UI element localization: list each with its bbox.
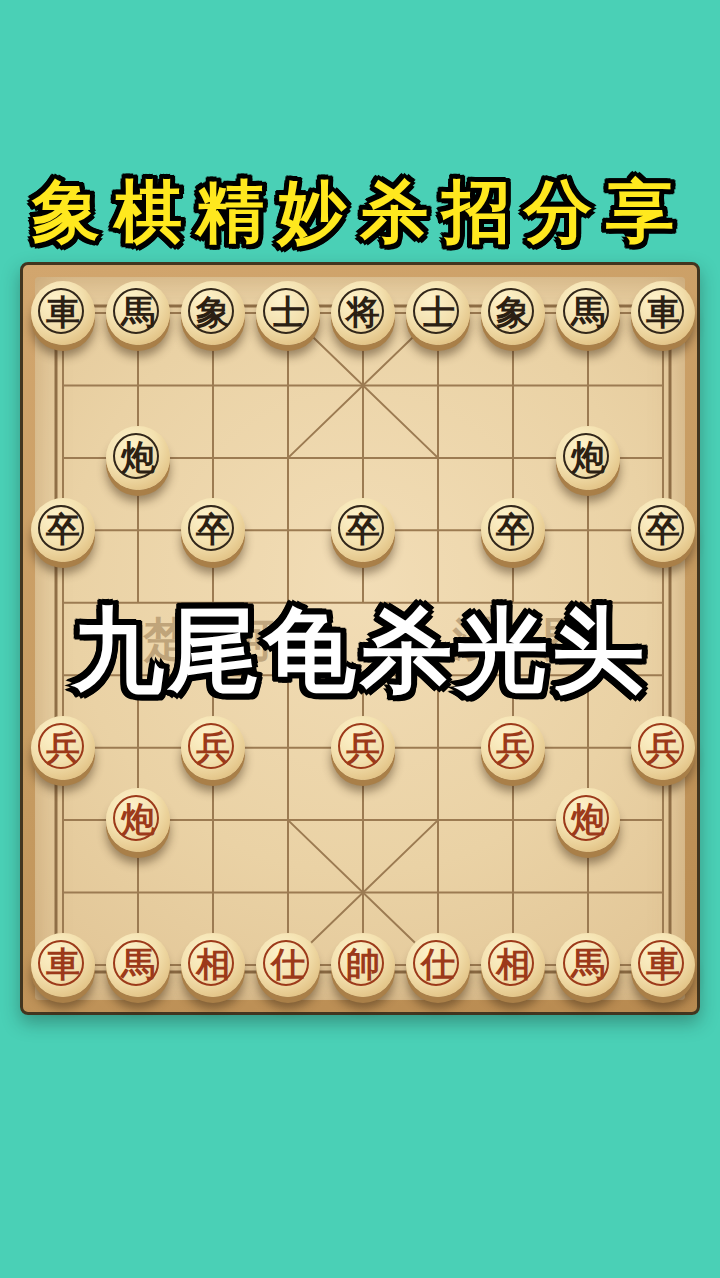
piece-character: 兵 — [346, 731, 380, 765]
piece-character: 炮 — [121, 441, 155, 475]
video-title: 象棋精妙杀招分享 — [0, 168, 720, 254]
piece-character: 仕 — [271, 948, 305, 982]
xiangqi-piece-red-兵[interactable]: 兵 — [631, 716, 695, 780]
xiangqi-piece-red-兵[interactable]: 兵 — [331, 716, 395, 780]
piece-character: 馬 — [121, 296, 155, 330]
xiangqi-piece-red-仕[interactable]: 仕 — [256, 933, 320, 997]
xiangqi-piece-red-炮[interactable]: 炮 — [106, 788, 170, 852]
piece-character: 卒 — [46, 513, 80, 547]
xiangqi-piece-black-炮[interactable]: 炮 — [556, 426, 620, 490]
piece-character: 将 — [346, 296, 380, 330]
piece-character: 兵 — [46, 731, 80, 765]
xiangqi-piece-black-車[interactable]: 車 — [631, 281, 695, 345]
video-caption: 九尾龟杀光头 — [0, 598, 720, 702]
xiangqi-piece-black-士[interactable]: 士 — [406, 281, 470, 345]
xiangqi-piece-red-相[interactable]: 相 — [181, 933, 245, 997]
xiangqi-piece-black-卒[interactable]: 卒 — [181, 498, 245, 562]
piece-character: 仕 — [421, 948, 455, 982]
piece-character: 卒 — [646, 513, 680, 547]
piece-character: 炮 — [121, 803, 155, 837]
xiangqi-piece-red-相[interactable]: 相 — [481, 933, 545, 997]
piece-character: 兵 — [496, 731, 530, 765]
xiangqi-piece-red-車[interactable]: 車 — [631, 933, 695, 997]
piece-character: 帥 — [346, 948, 380, 982]
piece-character: 卒 — [346, 513, 380, 547]
piece-character: 相 — [196, 948, 230, 982]
piece-character: 象 — [496, 296, 530, 330]
xiangqi-piece-black-将[interactable]: 将 — [331, 281, 395, 345]
xiangqi-piece-black-卒[interactable]: 卒 — [481, 498, 545, 562]
piece-character: 兵 — [196, 731, 230, 765]
xiangqi-piece-red-仕[interactable]: 仕 — [406, 933, 470, 997]
piece-character: 炮 — [571, 803, 605, 837]
xiangqi-piece-black-士[interactable]: 士 — [256, 281, 320, 345]
xiangqi-piece-red-車[interactable]: 車 — [31, 933, 95, 997]
piece-character: 車 — [646, 948, 680, 982]
xiangqi-piece-red-炮[interactable]: 炮 — [556, 788, 620, 852]
piece-character: 車 — [46, 296, 80, 330]
xiangqi-piece-black-象[interactable]: 象 — [481, 281, 545, 345]
xiangqi-piece-red-帥[interactable]: 帥 — [331, 933, 395, 997]
video-frame: 象棋精妙杀招分享 — [0, 0, 720, 1278]
xiangqi-piece-red-馬[interactable]: 馬 — [106, 933, 170, 997]
piece-character: 車 — [646, 296, 680, 330]
piece-character: 士 — [421, 296, 455, 330]
xiangqi-piece-black-象[interactable]: 象 — [181, 281, 245, 345]
piece-character: 車 — [46, 948, 80, 982]
xiangqi-piece-red-兵[interactable]: 兵 — [181, 716, 245, 780]
piece-character: 士 — [271, 296, 305, 330]
piece-character: 馬 — [571, 948, 605, 982]
piece-character: 馬 — [571, 296, 605, 330]
xiangqi-piece-red-兵[interactable]: 兵 — [31, 716, 95, 780]
piece-character: 馬 — [121, 948, 155, 982]
xiangqi-piece-black-炮[interactable]: 炮 — [106, 426, 170, 490]
xiangqi-piece-red-兵[interactable]: 兵 — [481, 716, 545, 780]
piece-character: 兵 — [646, 731, 680, 765]
xiangqi-piece-red-馬[interactable]: 馬 — [556, 933, 620, 997]
piece-character: 卒 — [496, 513, 530, 547]
piece-character: 相 — [496, 948, 530, 982]
xiangqi-piece-black-卒[interactable]: 卒 — [31, 498, 95, 562]
xiangqi-piece-black-馬[interactable]: 馬 — [556, 281, 620, 345]
piece-character: 炮 — [571, 441, 605, 475]
piece-character: 象 — [196, 296, 230, 330]
xiangqi-piece-black-卒[interactable]: 卒 — [631, 498, 695, 562]
piece-character: 卒 — [196, 513, 230, 547]
xiangqi-piece-black-車[interactable]: 車 — [31, 281, 95, 345]
xiangqi-piece-black-卒[interactable]: 卒 — [331, 498, 395, 562]
xiangqi-piece-black-馬[interactable]: 馬 — [106, 281, 170, 345]
